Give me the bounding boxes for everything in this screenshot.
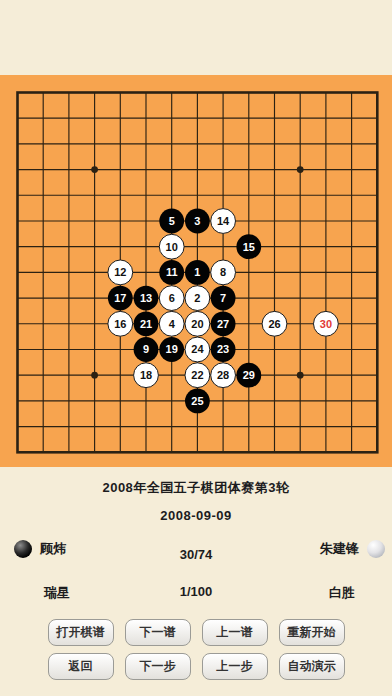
star-point [91, 372, 98, 379]
svg-text:3: 3 [194, 215, 200, 227]
svg-text:6: 6 [169, 292, 175, 304]
svg-text:9: 9 [143, 343, 149, 355]
svg-text:15: 15 [243, 241, 255, 253]
prev-move-button[interactable]: 上一步 [202, 653, 268, 680]
stone-6-white: 6 [159, 286, 184, 311]
svg-text:12: 12 [114, 266, 126, 278]
svg-text:5: 5 [169, 215, 175, 227]
svg-text:29: 29 [243, 369, 255, 381]
white-player-name: 朱建锋 [320, 540, 359, 558]
stone-16-white: 16 [108, 311, 133, 336]
svg-text:11: 11 [166, 266, 178, 278]
svg-text:16: 16 [114, 318, 126, 330]
event-date: 2008-09-09 [0, 508, 392, 523]
stone-12-white: 12 [108, 260, 133, 285]
svg-text:21: 21 [140, 318, 152, 330]
svg-text:22: 22 [191, 369, 203, 381]
stone-24-white: 24 [185, 337, 210, 362]
svg-text:1: 1 [194, 266, 200, 278]
stone-8-white: 8 [211, 260, 236, 285]
stone-2-white: 2 [185, 286, 210, 311]
gomoku-board[interactable]: 1234567891011121314151617181920212223242… [15, 90, 379, 454]
result-label: 白胜 [329, 584, 355, 602]
back-button[interactable]: 返回 [48, 653, 114, 680]
svg-text:10: 10 [166, 241, 178, 253]
star-point [297, 166, 304, 173]
svg-text:4: 4 [169, 318, 176, 330]
svg-text:17: 17 [114, 292, 126, 304]
stone-13-black: 13 [134, 286, 159, 311]
stone-28-white: 28 [211, 363, 236, 388]
svg-text:28: 28 [217, 369, 229, 381]
event-title: 2008年全国五子棋团体赛第3轮 [0, 479, 392, 497]
svg-text:24: 24 [191, 343, 204, 355]
stone-3-black: 3 [185, 209, 210, 234]
stone-9-black: 9 [134, 337, 159, 362]
stone-5-black: 5 [159, 209, 184, 234]
svg-text:13: 13 [140, 292, 152, 304]
button-row-1: 打开棋谱 下一谱 上一谱 重新开始 [0, 619, 392, 646]
restart-button[interactable]: 重新开始 [279, 619, 345, 646]
stone-7-black: 7 [211, 286, 236, 311]
stone-23-black: 23 [211, 337, 236, 362]
stone-14-white: 14 [211, 209, 236, 234]
svg-text:14: 14 [217, 215, 230, 227]
stone-11-black: 11 [159, 260, 184, 285]
svg-text:26: 26 [268, 318, 280, 330]
svg-text:7: 7 [220, 292, 226, 304]
svg-text:23: 23 [217, 343, 229, 355]
stone-17-black: 17 [108, 286, 133, 311]
svg-text:2: 2 [194, 292, 200, 304]
stone-22-white: 22 [185, 363, 210, 388]
next-record-button[interactable]: 下一谱 [125, 619, 191, 646]
stone-20-white: 20 [185, 311, 210, 336]
app-screen: 1234567891011121314151617181920212223242… [0, 0, 392, 696]
svg-text:27: 27 [217, 318, 229, 330]
stone-25-black: 25 [185, 388, 210, 413]
white-stone-icon [367, 540, 385, 558]
svg-text:8: 8 [220, 266, 226, 278]
stone-27-black: 27 [211, 311, 236, 336]
stone-19-black: 19 [159, 337, 184, 362]
stone-26-white: 26 [262, 311, 287, 336]
stone-4-white: 4 [159, 311, 184, 336]
stone-1-black: 1 [185, 260, 210, 285]
prev-record-button[interactable]: 上一谱 [202, 619, 268, 646]
stone-29-black: 29 [236, 363, 261, 388]
svg-text:30: 30 [320, 318, 332, 330]
stone-18-white: 18 [134, 363, 159, 388]
svg-text:25: 25 [191, 395, 203, 407]
stone-15-black: 15 [236, 234, 261, 259]
open-record-button[interactable]: 打开棋谱 [48, 619, 114, 646]
button-row-2: 返回 下一步 上一步 自动演示 [0, 653, 392, 680]
board-panel: 1234567891011121314151617181920212223242… [0, 75, 392, 467]
stone-30-white: 30 [313, 311, 338, 336]
auto-demo-button[interactable]: 自动演示 [279, 653, 345, 680]
svg-text:18: 18 [140, 369, 152, 381]
white-player: 朱建锋 [320, 540, 385, 558]
svg-text:20: 20 [191, 318, 203, 330]
next-move-button[interactable]: 下一步 [125, 653, 191, 680]
stone-10-white: 10 [159, 234, 184, 259]
svg-text:19: 19 [166, 343, 178, 355]
stone-21-black: 21 [134, 311, 159, 336]
star-point [297, 372, 304, 379]
star-point [91, 166, 98, 173]
board-grid: 1234567891011121314151617181920212223242… [15, 90, 380, 455]
